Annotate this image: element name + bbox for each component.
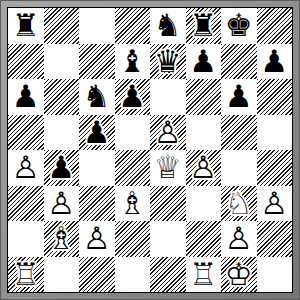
square-e4[interactable]: ♛♕ [150, 150, 186, 186]
black-pawn-piece[interactable]: ♟ [8, 79, 44, 115]
board: ♜♞♜♚♝♛♟♟♟♞♟♟♟♟♙♟♙♟♛♕♟♙♟♙♝♗♞♘♟♙♝♗♟♙♟♙♜♖♜♖… [7, 7, 293, 293]
square-c5[interactable]: ♟ [79, 115, 115, 151]
black-pawn-piece[interactable]: ♟ [44, 150, 80, 186]
square-b5[interactable] [44, 115, 80, 151]
piece-glyph: ♟ [186, 44, 222, 80]
square-c1[interactable] [79, 257, 115, 293]
black-pawn-piece[interactable]: ♟ [186, 44, 222, 80]
square-h1[interactable] [257, 257, 293, 293]
square-b8[interactable] [44, 8, 80, 44]
white-pawn-piece[interactable]: ♟♙ [186, 150, 222, 186]
piece-outline-glyph: ♙ [8, 150, 44, 186]
square-g7[interactable] [221, 44, 257, 80]
square-g3[interactable]: ♞♘ [221, 186, 257, 222]
square-a5[interactable] [8, 115, 44, 151]
black-rook-piece[interactable]: ♜ [186, 8, 222, 44]
black-pawn-piece[interactable]: ♟ [115, 79, 151, 115]
square-c2[interactable]: ♟♙ [79, 221, 115, 257]
white-rook-piece[interactable]: ♜♖ [186, 257, 222, 293]
piece-glyph: ♟ [221, 79, 257, 115]
piece-outline-glyph: ♙ [44, 186, 80, 222]
square-a3[interactable] [8, 186, 44, 222]
square-a6[interactable]: ♟ [8, 79, 44, 115]
piece-glyph: ♞ [79, 79, 115, 115]
piece-outline-glyph: ♖ [186, 257, 222, 293]
piece-glyph: ♛ [150, 44, 186, 80]
square-f1[interactable]: ♜♖ [186, 257, 222, 293]
piece-outline-glyph: ♙ [257, 186, 293, 222]
square-f3[interactable] [186, 186, 222, 222]
piece-outline-glyph: ♙ [150, 115, 186, 151]
square-f4[interactable]: ♟♙ [186, 150, 222, 186]
piece-outline-glyph: ♖ [8, 257, 44, 293]
white-pawn-piece[interactable]: ♟♙ [257, 186, 293, 222]
square-a1[interactable]: ♜♖ [8, 257, 44, 293]
piece-glyph: ♝ [115, 44, 151, 80]
square-h7[interactable]: ♟ [257, 44, 293, 80]
piece-outline-glyph: ♗ [44, 221, 80, 257]
square-h5[interactable] [257, 115, 293, 151]
black-pawn-piece[interactable]: ♟ [257, 44, 293, 80]
square-e7[interactable]: ♛ [150, 44, 186, 80]
white-pawn-piece[interactable]: ♟♙ [8, 150, 44, 186]
square-d8[interactable] [115, 8, 151, 44]
square-g4[interactable] [221, 150, 257, 186]
white-king-piece[interactable]: ♚♔ [221, 257, 257, 293]
square-d4[interactable] [115, 150, 151, 186]
square-h8[interactable] [257, 8, 293, 44]
piece-glyph: ♟ [79, 115, 115, 151]
square-h3[interactable]: ♟♙ [257, 186, 293, 222]
square-e5[interactable]: ♟♙ [150, 115, 186, 151]
square-d5[interactable] [115, 115, 151, 151]
square-e1[interactable] [150, 257, 186, 293]
square-a7[interactable] [8, 44, 44, 80]
square-d2[interactable] [115, 221, 151, 257]
white-pawn-piece[interactable]: ♟♙ [44, 186, 80, 222]
white-pawn-piece[interactable]: ♟♙ [79, 221, 115, 257]
black-rook-piece[interactable]: ♜ [8, 8, 44, 44]
white-queen-piece[interactable]: ♛♕ [150, 150, 186, 186]
black-knight-piece[interactable]: ♞ [150, 8, 186, 44]
piece-glyph: ♞ [150, 8, 186, 44]
white-pawn-piece[interactable]: ♟♙ [221, 221, 257, 257]
square-f5[interactable] [186, 115, 222, 151]
square-b1[interactable] [44, 257, 80, 293]
square-g5[interactable] [221, 115, 257, 151]
square-d7[interactable]: ♝ [115, 44, 151, 80]
square-b4[interactable]: ♟ [44, 150, 80, 186]
piece-outline-glyph: ♗ [115, 186, 151, 222]
square-c8[interactable] [79, 8, 115, 44]
white-knight-piece[interactable]: ♞♘ [221, 186, 257, 222]
piece-outline-glyph: ♘ [221, 186, 257, 222]
black-knight-piece[interactable]: ♞ [79, 79, 115, 115]
board-frame: ♜♞♜♚♝♛♟♟♟♞♟♟♟♟♙♟♙♟♛♕♟♙♟♙♝♗♞♘♟♙♝♗♟♙♟♙♜♖♜♖… [0, 0, 300, 300]
piece-glyph: ♟ [8, 79, 44, 115]
white-bishop-piece[interactable]: ♝♗ [44, 221, 80, 257]
piece-glyph: ♜ [8, 8, 44, 44]
piece-outline-glyph: ♔ [221, 257, 257, 293]
square-f7[interactable]: ♟ [186, 44, 222, 80]
square-f6[interactable] [186, 79, 222, 115]
square-g1[interactable]: ♚♔ [221, 257, 257, 293]
square-b7[interactable] [44, 44, 80, 80]
piece-glyph: ♟ [44, 150, 80, 186]
square-c4[interactable] [79, 150, 115, 186]
square-b6[interactable] [44, 79, 80, 115]
piece-glyph: ♟ [115, 79, 151, 115]
piece-glyph: ♟ [257, 44, 293, 80]
square-d6[interactable]: ♟ [115, 79, 151, 115]
square-a8[interactable]: ♜ [8, 8, 44, 44]
white-pawn-piece[interactable]: ♟♙ [150, 115, 186, 151]
square-h4[interactable] [257, 150, 293, 186]
piece-glyph: ♜ [186, 8, 222, 44]
square-e6[interactable] [150, 79, 186, 115]
piece-glyph: ♚ [221, 8, 257, 44]
black-bishop-piece[interactable]: ♝ [115, 44, 151, 80]
square-b2[interactable]: ♝♗ [44, 221, 80, 257]
black-king-piece[interactable]: ♚ [221, 8, 257, 44]
square-d3[interactable]: ♝♗ [115, 186, 151, 222]
black-queen-piece[interactable]: ♛ [150, 44, 186, 80]
piece-outline-glyph: ♙ [221, 221, 257, 257]
square-d1[interactable] [115, 257, 151, 293]
square-e2[interactable] [150, 221, 186, 257]
square-b3[interactable]: ♟♙ [44, 186, 80, 222]
square-c3[interactable] [79, 186, 115, 222]
square-e8[interactable]: ♞ [150, 8, 186, 44]
black-pawn-piece[interactable]: ♟ [79, 115, 115, 151]
white-rook-piece[interactable]: ♜♖ [8, 257, 44, 293]
square-e3[interactable] [150, 186, 186, 222]
square-c7[interactable] [79, 44, 115, 80]
piece-outline-glyph: ♙ [186, 150, 222, 186]
square-a2[interactable] [8, 221, 44, 257]
white-bishop-piece[interactable]: ♝♗ [115, 186, 151, 222]
square-c6[interactable]: ♞ [79, 79, 115, 115]
square-a4[interactable]: ♟♙ [8, 150, 44, 186]
piece-outline-glyph: ♙ [79, 221, 115, 257]
square-f2[interactable] [186, 221, 222, 257]
black-pawn-piece[interactable]: ♟ [221, 79, 257, 115]
square-f8[interactable]: ♜ [186, 8, 222, 44]
square-g6[interactable]: ♟ [221, 79, 257, 115]
square-h6[interactable] [257, 79, 293, 115]
square-g8[interactable]: ♚ [221, 8, 257, 44]
square-g2[interactable]: ♟♙ [221, 221, 257, 257]
square-h2[interactable] [257, 221, 293, 257]
piece-outline-glyph: ♕ [150, 150, 186, 186]
